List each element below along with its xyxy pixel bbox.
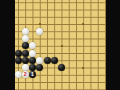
white-stone[interactable]	[22, 64, 29, 71]
hoshi-point	[61, 45, 63, 47]
move-number-label: 2	[24, 71, 27, 78]
black-stone[interactable]	[22, 50, 29, 57]
white-stone[interactable]	[36, 57, 43, 64]
white-stone[interactable]	[15, 71, 22, 78]
white-stone[interactable]	[36, 28, 43, 35]
black-stone[interactable]	[44, 57, 51, 64]
white-stone[interactable]	[29, 50, 36, 57]
go-board[interactable]: 21	[15, 0, 106, 90]
move-number-label: 1	[31, 71, 34, 78]
white-stone-move-2[interactable]: 2	[22, 71, 29, 78]
hoshi-point	[82, 23, 84, 25]
letterbox-left	[0, 0, 15, 90]
white-stone[interactable]	[29, 42, 36, 49]
white-stone[interactable]	[22, 35, 29, 42]
black-stone[interactable]	[51, 57, 58, 64]
hoshi-point	[39, 23, 41, 25]
black-stone[interactable]	[58, 64, 65, 71]
black-stone-move-1[interactable]: 1	[29, 71, 36, 78]
black-stone[interactable]	[22, 57, 29, 64]
white-stone[interactable]	[22, 28, 29, 35]
black-stone[interactable]	[29, 64, 36, 71]
black-stone[interactable]	[36, 64, 43, 71]
black-stone[interactable]	[15, 50, 22, 57]
black-stone[interactable]	[15, 57, 22, 64]
hoshi-point	[82, 67, 84, 69]
black-stone[interactable]	[29, 57, 36, 64]
black-stone[interactable]	[22, 42, 29, 49]
letterbox-right	[106, 0, 120, 90]
